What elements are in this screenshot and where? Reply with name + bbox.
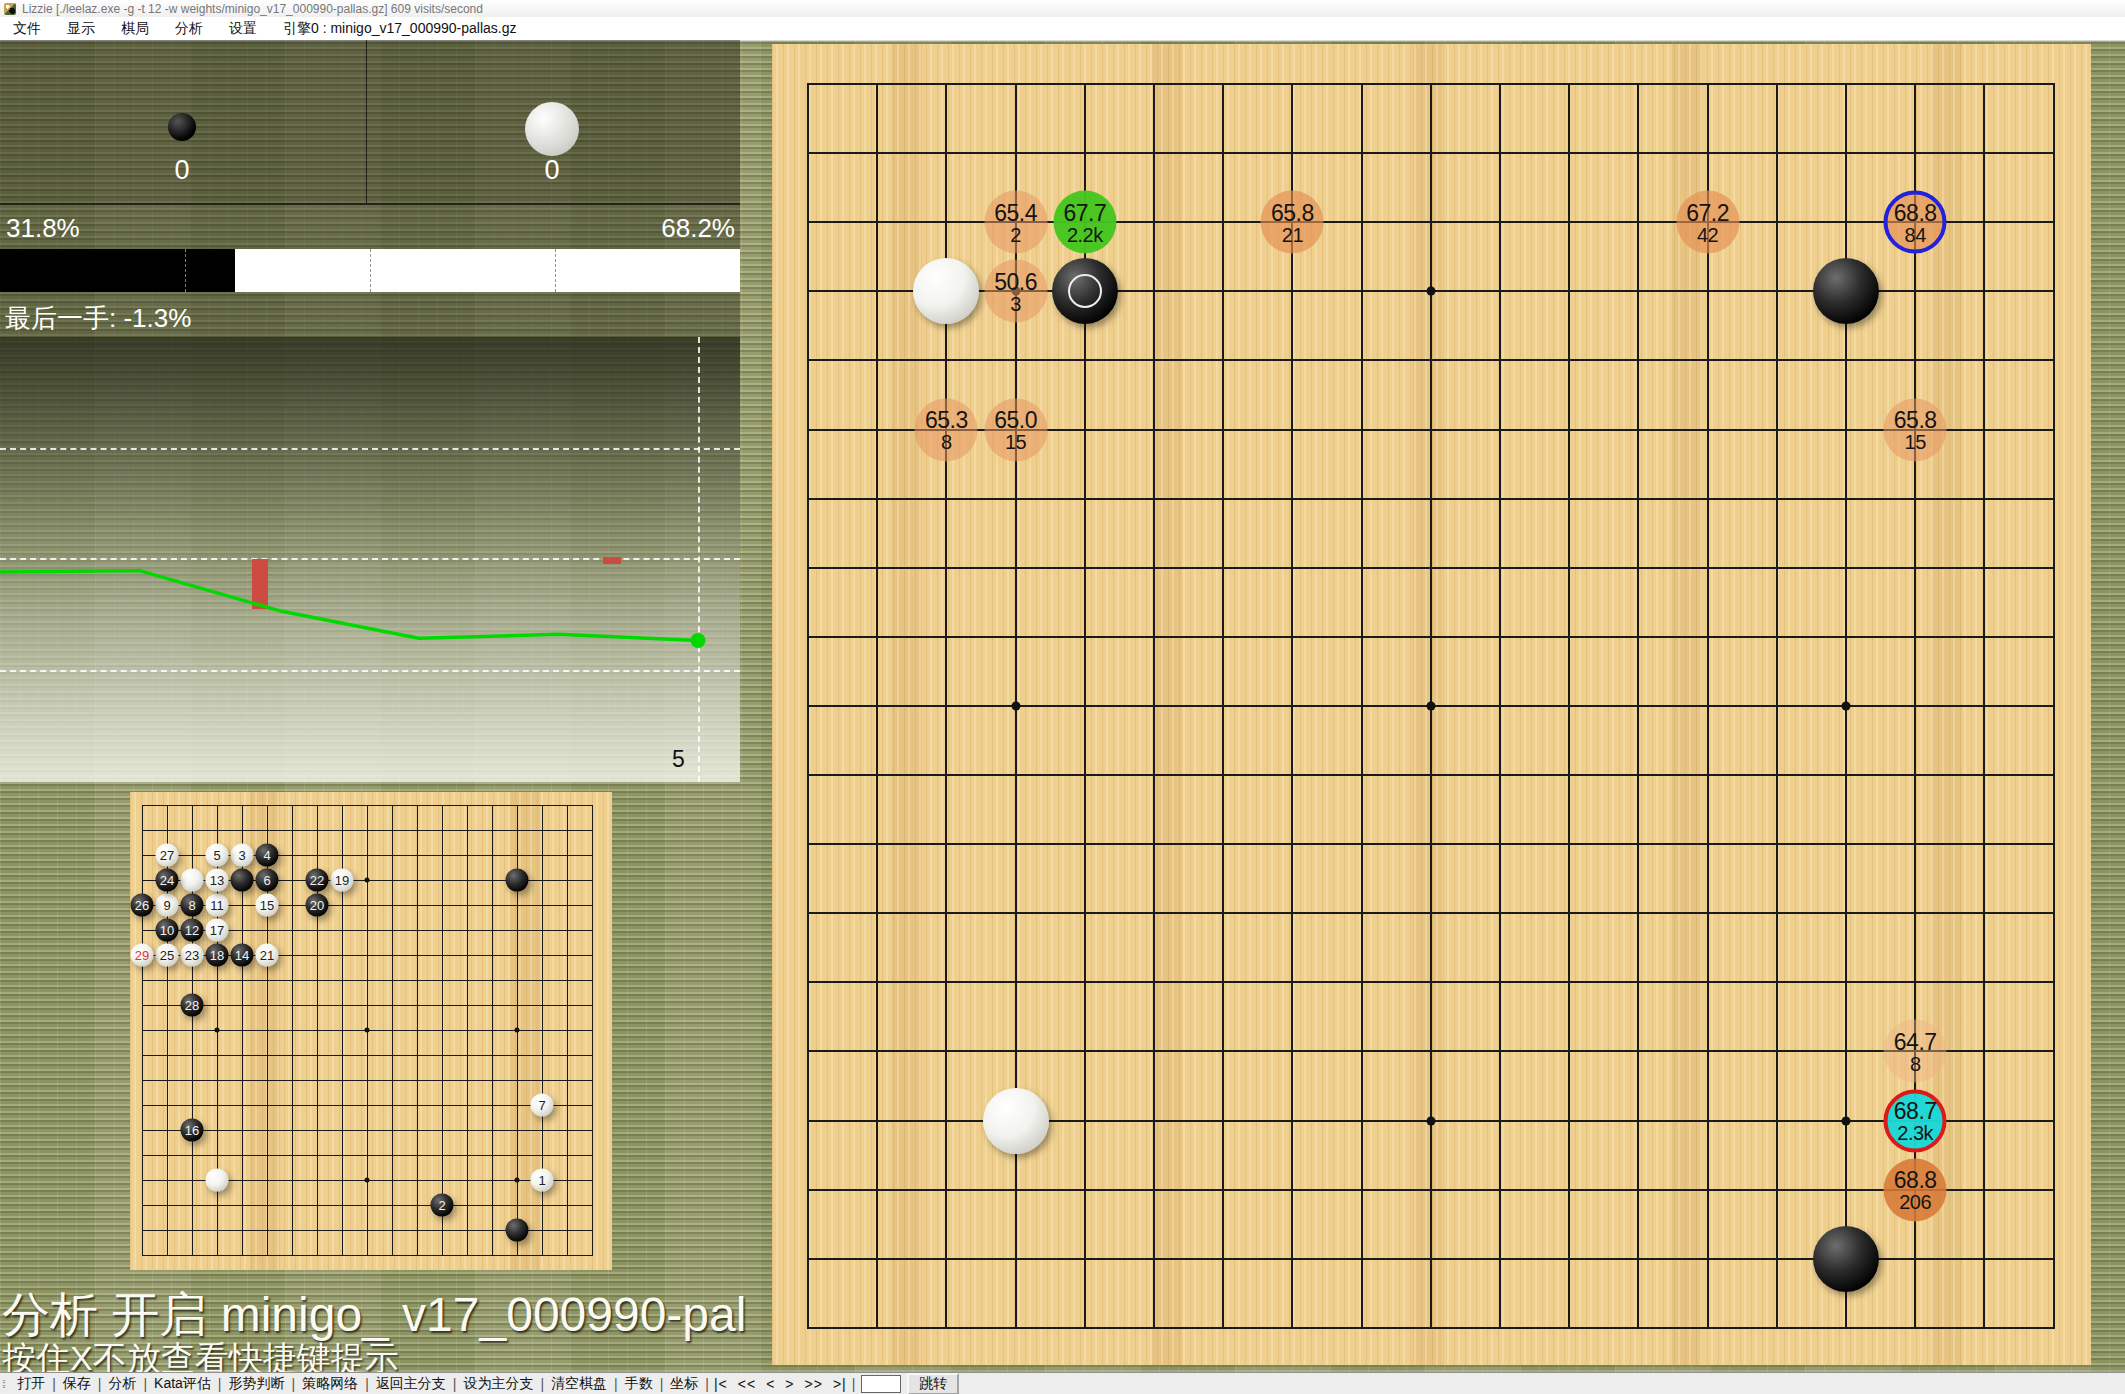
grid-line: [567, 805, 568, 1256]
star-point: [1842, 701, 1851, 710]
candidate-winrate: 68.8: [1894, 200, 1937, 224]
grid-line: [492, 805, 493, 1256]
stone-n3: 2: [431, 1194, 454, 1217]
winrate-bar-75-mark: [555, 249, 556, 292]
toolbar-button-6[interactable]: 返回主分支: [369, 1375, 453, 1393]
grid-line: [1776, 83, 1778, 1329]
stone-d4: [983, 1088, 1049, 1154]
move-number: 21: [260, 949, 274, 962]
black-winrate-label: 31.8%: [6, 213, 80, 244]
lizzie-window: Lizzie [./leelaz.exe -g -t 12 -w weights…: [0, 0, 2125, 1394]
stone-b13: 25: [156, 944, 179, 967]
stone-q2: [1813, 1226, 1879, 1292]
candidate-winrate: 67.7: [1063, 200, 1106, 224]
stone-f17: 4: [256, 844, 279, 867]
stone-c6: 16: [181, 1119, 204, 1142]
candidate-visits: 21: [1282, 224, 1303, 244]
stone-b16: 24: [156, 869, 179, 892]
move-number: 18: [210, 949, 224, 962]
toolbar-button-5[interactable]: 策略网络: [295, 1375, 365, 1393]
stone-d16: 13: [206, 869, 229, 892]
candidate-visits: 84: [1905, 224, 1926, 244]
grid-line: [142, 1130, 593, 1131]
stone-d4: [206, 1169, 229, 1192]
stone-a15: 26: [131, 894, 154, 917]
star-point: [515, 1178, 520, 1183]
grid-line: [1499, 83, 1501, 1329]
candidate-move-r3[interactable]: 68.8206: [1884, 1158, 1947, 1221]
candidate-winrate: 65.0: [994, 408, 1037, 432]
grid-line: [442, 805, 443, 1256]
title-bar: Lizzie [./leelaz.exe -g -t 12 -w weights…: [0, 0, 2125, 17]
winrate-labels: 31.8% 68.2%: [0, 205, 740, 249]
stone-h16: 22: [306, 869, 329, 892]
move-number: 20: [310, 899, 324, 912]
toolbar-button-8[interactable]: 清空棋盘: [544, 1375, 614, 1393]
white-captures-count: 0: [522, 155, 582, 186]
menu-item-4[interactable]: 设置: [216, 20, 270, 38]
move-number: 3: [238, 849, 245, 862]
star-point: [1426, 287, 1435, 296]
grid-line: [417, 805, 418, 1256]
toolbar-button-9[interactable]: 手数: [618, 1375, 660, 1393]
stone-h15: 20: [306, 894, 329, 917]
move-number: 17: [210, 924, 224, 937]
move-number: 19: [335, 874, 349, 887]
variation-preview-board: 1234567891011121314151617181920212223242…: [130, 792, 612, 1270]
stone-b17: 27: [156, 844, 179, 867]
grid-line: [467, 805, 468, 1256]
menu-item-0[interactable]: 文件: [0, 20, 54, 38]
candidate-winrate: 65.3: [925, 408, 968, 432]
grid-line: [807, 1327, 2055, 1329]
candidate-move-c14[interactable]: 65.38: [915, 398, 978, 461]
stone-j16: 19: [331, 869, 354, 892]
stone-q16: [1813, 258, 1879, 324]
candidate-winrate: 64.7: [1894, 1029, 1937, 1053]
winrate-bar-black: [0, 249, 235, 292]
star-point: [1426, 701, 1435, 710]
move-number: 26: [135, 899, 149, 912]
candidate-winrate: 68.8: [1894, 1168, 1937, 1192]
toolbar-grip-icon: ⁞⁞: [2, 1378, 4, 1390]
stone-r4: 1: [531, 1169, 554, 1192]
toolbar-button-0[interactable]: 打开: [10, 1375, 52, 1393]
star-point: [1426, 1116, 1435, 1125]
winrate-bar-25-mark: [185, 249, 186, 292]
star-point: [365, 1028, 370, 1033]
move-number: 11: [210, 899, 224, 912]
move-number: 13: [210, 874, 224, 887]
white-capture-stone-icon: [525, 102, 579, 156]
move-number: 23: [185, 949, 199, 962]
candidate-winrate: 67.2: [1686, 200, 1729, 224]
grid-line: [1637, 83, 1639, 1329]
move-number: 28: [185, 999, 199, 1012]
stone-c16: [181, 869, 204, 892]
stone-f15: 15: [256, 894, 279, 917]
stone-c13: 23: [181, 944, 204, 967]
move-number: 27: [160, 849, 174, 862]
nav-button-next[interactable]: >: [780, 1376, 799, 1392]
candidate-visits: 42: [1697, 224, 1718, 244]
stone-f13: 21: [256, 944, 279, 967]
nav-button-next10[interactable]: >>: [800, 1376, 828, 1392]
candidate-move-r17[interactable]: 68.884: [1884, 191, 1947, 254]
stone-d15: 11: [206, 894, 229, 917]
nav-button-prev10[interactable]: <<: [733, 1376, 761, 1392]
winrate-line-chart: [0, 337, 740, 782]
star-point: [1011, 701, 1020, 710]
candidate-visits: 2.3k: [1897, 1123, 1933, 1143]
black-capture-stone-icon: [168, 113, 196, 141]
candidate-move-r5[interactable]: 64.78: [1884, 1020, 1947, 1083]
candidate-move-d14[interactable]: 65.015: [984, 398, 1047, 461]
menu-item-1[interactable]: 显示: [54, 20, 108, 38]
grid-line: [1707, 83, 1709, 1329]
toolbar-button-7[interactable]: 设为主分支: [456, 1375, 540, 1393]
last-move-text: 最后一手: -1.3%: [5, 301, 191, 336]
star-point: [515, 1028, 520, 1033]
stone-b15: 9: [156, 894, 179, 917]
star-point: [1842, 1116, 1851, 1125]
window-title: Lizzie [./leelaz.exe -g -t 12 -w weights…: [22, 2, 483, 16]
candidate-winrate: 65.8: [1271, 200, 1314, 224]
nav-button-last[interactable]: >|: [828, 1376, 852, 1392]
grid-line: [142, 1080, 593, 1081]
grid-line: [592, 805, 593, 1256]
candidate-visits: 8: [1910, 1053, 1921, 1073]
grid-line: [1983, 83, 1985, 1329]
candidate-visits: 3: [1010, 293, 1021, 313]
move-number: 25: [160, 949, 174, 962]
winrate-bar: [0, 249, 740, 292]
last-move-strip: 最后一手: -1.3%: [0, 292, 740, 337]
grid-line: [142, 1205, 593, 1206]
candidate-winrate: 65.8: [1894, 408, 1937, 432]
grid-line: [1568, 83, 1570, 1329]
stone-f16: 6: [256, 869, 279, 892]
grid-line: [2053, 83, 2055, 1329]
nav-button-first[interactable]: |<: [709, 1376, 733, 1392]
move-number: 24: [160, 874, 174, 887]
captures-divider: [366, 40, 367, 203]
stone-d17: 5: [206, 844, 229, 867]
move-number: 4: [263, 849, 270, 862]
candidate-move-d16[interactable]: 50.63: [984, 260, 1047, 323]
grid-line: [392, 805, 393, 1256]
move-number: 8: [188, 899, 195, 912]
toolbar-button-1[interactable]: 保存: [56, 1375, 98, 1393]
app-icon: [4, 3, 16, 15]
candidate-visits: 2.2k: [1067, 224, 1103, 244]
grid-line: [807, 774, 2055, 776]
grid-line: [807, 1189, 2055, 1191]
move-number: 22: [310, 874, 324, 887]
toolbar-button-3[interactable]: Kata评估: [147, 1375, 218, 1393]
stone-q16: [506, 869, 529, 892]
stone-d13: 18: [206, 944, 229, 967]
stone-a13: 29: [131, 944, 154, 967]
main-go-board[interactable]: 65.4267.72.2k65.82167.24268.88450.6365.3…: [772, 44, 2091, 1365]
candidate-move-h17[interactable]: 65.821: [1261, 191, 1324, 254]
star-point: [215, 1028, 220, 1033]
stone-e17: 3: [231, 844, 254, 867]
candidate-move-d17[interactable]: 65.42: [984, 191, 1047, 254]
bottom-toolbar: ⁞⁞ 打开|保存|分析|Kata评估|形势判断|策略网络|返回主分支|设为主分支…: [0, 1372, 2125, 1394]
stone-c16: [913, 258, 979, 324]
move-number: 14: [235, 949, 249, 962]
move-number: 12: [185, 924, 199, 937]
stone-c15: 8: [181, 894, 204, 917]
move-number: 10: [160, 924, 174, 937]
candidate-winrate: 65.4: [994, 200, 1037, 224]
move-number: 2: [438, 1199, 445, 1212]
move-number: 29: [135, 949, 149, 962]
candidate-winrate: 68.7: [1894, 1099, 1937, 1123]
black-captures-count: 0: [152, 155, 212, 186]
captures-panel: [0, 40, 740, 205]
stone-r7: 7: [531, 1094, 554, 1117]
grid-line: [807, 912, 2055, 914]
stone-d14: 17: [206, 919, 229, 942]
menu-item-5[interactable]: 引擎0 : minigo_v17_000990-pallas.gz: [270, 20, 529, 38]
grid-line: [142, 1255, 593, 1256]
candidate-winrate: 50.6: [994, 269, 1037, 293]
nav-button-prev[interactable]: <: [761, 1376, 780, 1392]
stone-e13: 14: [231, 944, 254, 967]
candidate-move-r4[interactable]: 68.72.3k: [1884, 1089, 1947, 1152]
move-number: 9: [163, 899, 170, 912]
candidate-move-o17[interactable]: 67.242: [1676, 191, 1739, 254]
toolbar-separator: |: [852, 1376, 856, 1392]
move-number: 1: [538, 1174, 545, 1187]
toolbar-button-2[interactable]: 分析: [101, 1375, 143, 1393]
move-number: 16: [185, 1124, 199, 1137]
stone-c11: 28: [181, 994, 204, 1017]
winrate-bar-50-mark: [370, 249, 371, 292]
grid-line: [142, 1055, 593, 1056]
candidate-visits: 15: [1005, 432, 1026, 452]
move-number: 5: [213, 849, 220, 862]
stone-e16: [1052, 258, 1118, 324]
stone-b14: 10: [156, 919, 179, 942]
stone-e16: [231, 869, 254, 892]
toolbar-button-10[interactable]: 坐标: [663, 1375, 705, 1393]
grid-line: [807, 843, 2055, 845]
winrate-graph[interactable]: 5: [0, 337, 740, 782]
grid-line: [142, 1105, 593, 1106]
jump-button[interactable]: 跳转: [907, 1373, 959, 1394]
candidate-visits: 8: [941, 432, 952, 452]
candidate-move-e17[interactable]: 67.72.2k: [1053, 191, 1116, 254]
last-move-marker: [1068, 274, 1102, 308]
jump-move-input[interactable]: [861, 1375, 901, 1393]
move-number: 6: [263, 874, 270, 887]
menu-item-2[interactable]: 棋局: [108, 20, 162, 38]
menu-item-3[interactable]: 分析: [162, 20, 216, 38]
stone-q2: [506, 1219, 529, 1242]
toolbar-button-4[interactable]: 形势判断: [222, 1375, 292, 1393]
graph-move-number: 5: [672, 746, 685, 773]
grid-line: [807, 981, 2055, 983]
menu-bar: 文件显示棋局分析设置引擎0 : minigo_v17_000990-pallas…: [0, 17, 2125, 41]
grid-line: [142, 1155, 593, 1156]
move-number: 7: [538, 1099, 545, 1112]
star-point: [365, 878, 370, 883]
move-number: 15: [260, 899, 274, 912]
candidate-visits: 15: [1905, 432, 1926, 452]
stone-c14: 12: [181, 919, 204, 942]
grid-line: [807, 1050, 2055, 1052]
candidate-move-r14[interactable]: 65.815: [1884, 398, 1947, 461]
candidate-visits: 206: [1899, 1192, 1931, 1212]
candidate-visits: 2: [1010, 224, 1021, 244]
white-winrate-label: 68.2%: [661, 213, 735, 244]
star-point: [365, 1178, 370, 1183]
